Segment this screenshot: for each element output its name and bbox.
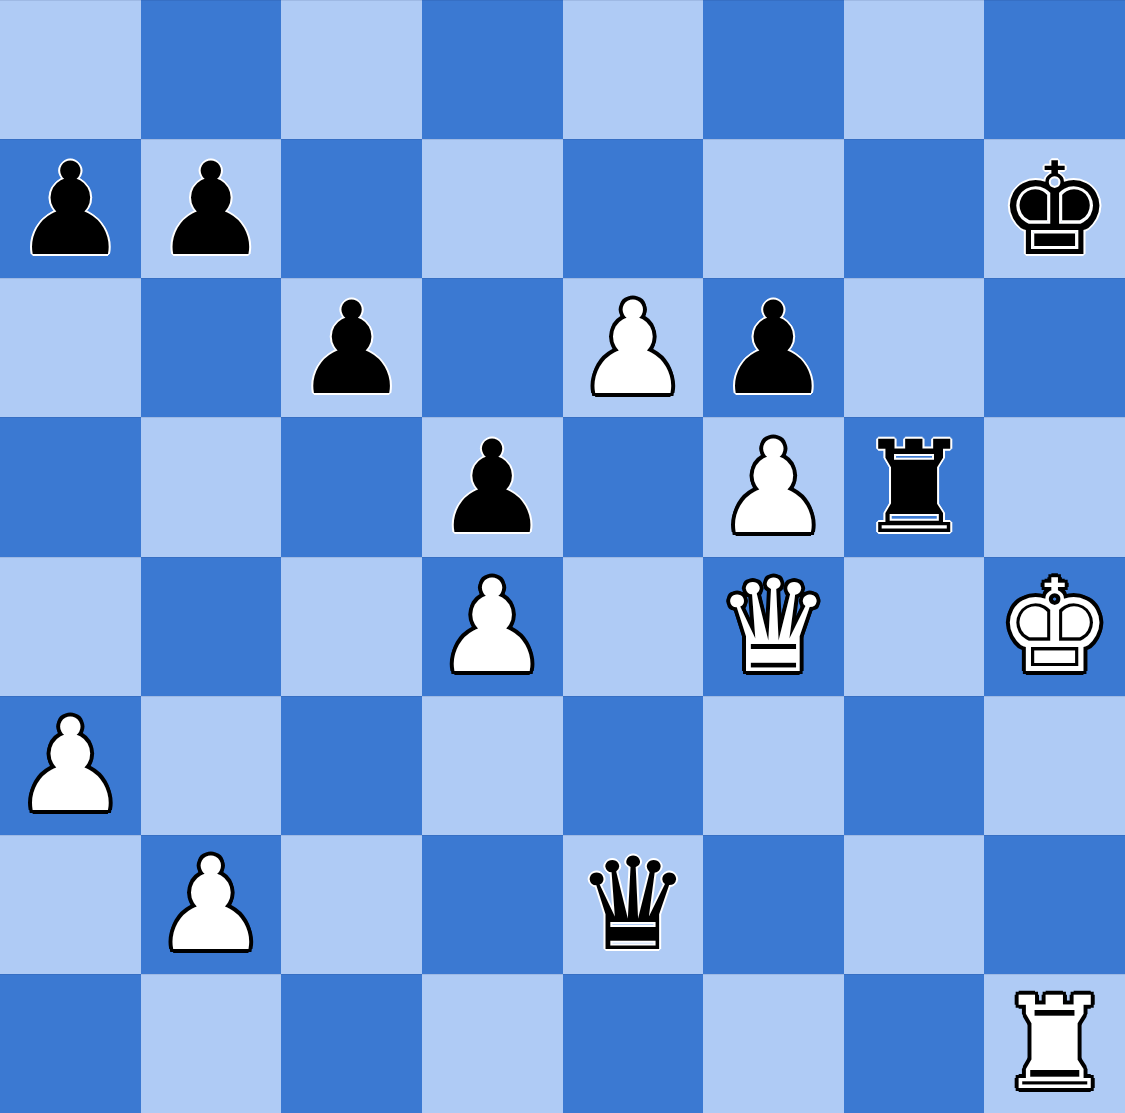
square-a3[interactable]: ♟ — [0, 696, 141, 835]
square-e8[interactable] — [563, 0, 704, 139]
square-a7[interactable]: ♟ — [0, 139, 141, 278]
square-g7[interactable] — [844, 139, 985, 278]
white-king[interactable]: ♚ — [997, 563, 1112, 691]
white-pawn[interactable]: ♟ — [13, 702, 128, 830]
square-b3[interactable] — [141, 696, 282, 835]
square-b2[interactable]: ♟ — [141, 835, 282, 974]
square-h7[interactable]: ♚ — [984, 139, 1125, 278]
square-h2[interactable] — [984, 835, 1125, 974]
chess-board-container: ♟♟♚♟♟♟♟♟♜♟♛♚♟♟♛♜ — [0, 0, 1125, 1113]
square-d6[interactable] — [422, 278, 563, 417]
white-pawn[interactable]: ♟ — [575, 285, 690, 413]
square-b4[interactable] — [141, 557, 282, 696]
square-e7[interactable] — [563, 139, 704, 278]
square-h3[interactable] — [984, 696, 1125, 835]
square-d5[interactable]: ♟ — [422, 417, 563, 556]
square-f1[interactable] — [703, 974, 844, 1113]
square-e6[interactable]: ♟ — [563, 278, 704, 417]
white-pawn[interactable]: ♟ — [154, 841, 269, 969]
square-d1[interactable] — [422, 974, 563, 1113]
square-b5[interactable] — [141, 417, 282, 556]
black-pawn[interactable]: ♟ — [154, 146, 269, 274]
square-d8[interactable] — [422, 0, 563, 139]
square-f7[interactable] — [703, 139, 844, 278]
square-e4[interactable] — [563, 557, 704, 696]
square-f8[interactable] — [703, 0, 844, 139]
square-g6[interactable] — [844, 278, 985, 417]
black-pawn[interactable]: ♟ — [716, 285, 831, 413]
square-d3[interactable] — [422, 696, 563, 835]
black-king[interactable]: ♚ — [997, 146, 1112, 274]
black-pawn[interactable]: ♟ — [435, 424, 550, 552]
white-pawn[interactable]: ♟ — [716, 424, 831, 552]
black-queen[interactable]: ♛ — [575, 841, 690, 969]
square-h6[interactable] — [984, 278, 1125, 417]
square-h5[interactable] — [984, 417, 1125, 556]
square-a2[interactable] — [0, 835, 141, 974]
square-a4[interactable] — [0, 557, 141, 696]
square-c7[interactable] — [281, 139, 422, 278]
square-c3[interactable] — [281, 696, 422, 835]
square-c2[interactable] — [281, 835, 422, 974]
square-b1[interactable] — [141, 974, 282, 1113]
square-c1[interactable] — [281, 974, 422, 1113]
square-g8[interactable] — [844, 0, 985, 139]
square-b8[interactable] — [141, 0, 282, 139]
square-e1[interactable] — [563, 974, 704, 1113]
square-b7[interactable]: ♟ — [141, 139, 282, 278]
square-f3[interactable] — [703, 696, 844, 835]
square-a6[interactable] — [0, 278, 141, 417]
square-f4[interactable]: ♛ — [703, 557, 844, 696]
square-f6[interactable]: ♟ — [703, 278, 844, 417]
square-h4[interactable]: ♚ — [984, 557, 1125, 696]
chess-board: ♟♟♚♟♟♟♟♟♜♟♛♚♟♟♛♜ — [0, 0, 1125, 1113]
square-g4[interactable] — [844, 557, 985, 696]
white-rook[interactable]: ♜ — [997, 980, 1112, 1108]
square-a8[interactable] — [0, 0, 141, 139]
square-f5[interactable]: ♟ — [703, 417, 844, 556]
square-d4[interactable]: ♟ — [422, 557, 563, 696]
square-e3[interactable] — [563, 696, 704, 835]
square-g1[interactable] — [844, 974, 985, 1113]
square-d7[interactable] — [422, 139, 563, 278]
white-queen[interactable]: ♛ — [716, 563, 831, 691]
square-h8[interactable] — [984, 0, 1125, 139]
square-g3[interactable] — [844, 696, 985, 835]
square-e5[interactable] — [563, 417, 704, 556]
square-g2[interactable] — [844, 835, 985, 974]
square-e2[interactable]: ♛ — [563, 835, 704, 974]
square-b6[interactable] — [141, 278, 282, 417]
square-c5[interactable] — [281, 417, 422, 556]
square-c6[interactable]: ♟ — [281, 278, 422, 417]
square-g5[interactable]: ♜ — [844, 417, 985, 556]
black-pawn[interactable]: ♟ — [13, 146, 128, 274]
square-a1[interactable] — [0, 974, 141, 1113]
square-a5[interactable] — [0, 417, 141, 556]
black-rook[interactable]: ♜ — [857, 424, 972, 552]
white-pawn[interactable]: ♟ — [435, 563, 550, 691]
square-c4[interactable] — [281, 557, 422, 696]
square-h1[interactable]: ♜ — [984, 974, 1125, 1113]
square-f2[interactable] — [703, 835, 844, 974]
square-c8[interactable] — [281, 0, 422, 139]
square-d2[interactable] — [422, 835, 563, 974]
black-pawn[interactable]: ♟ — [294, 285, 409, 413]
